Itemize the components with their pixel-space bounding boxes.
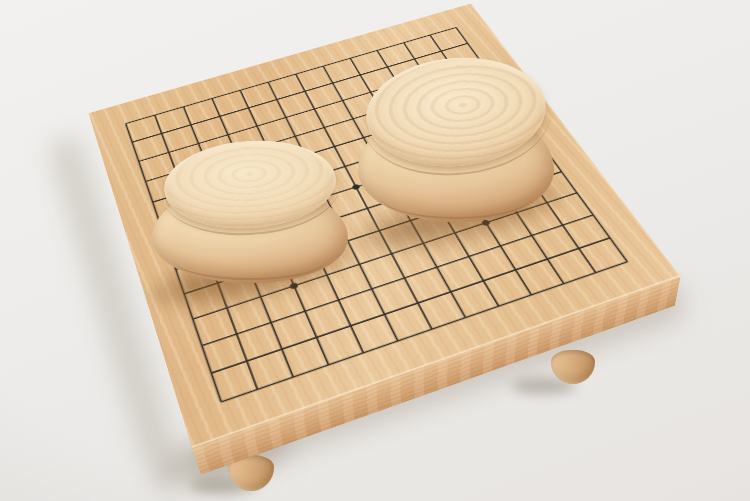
- photo-background: [0, 0, 750, 501]
- go-bowl-left-lid: [161, 135, 339, 233]
- go-bowl-right-lid: [361, 50, 550, 174]
- go-bowl-left: [152, 141, 348, 283]
- go-bowl-right: [358, 58, 554, 222]
